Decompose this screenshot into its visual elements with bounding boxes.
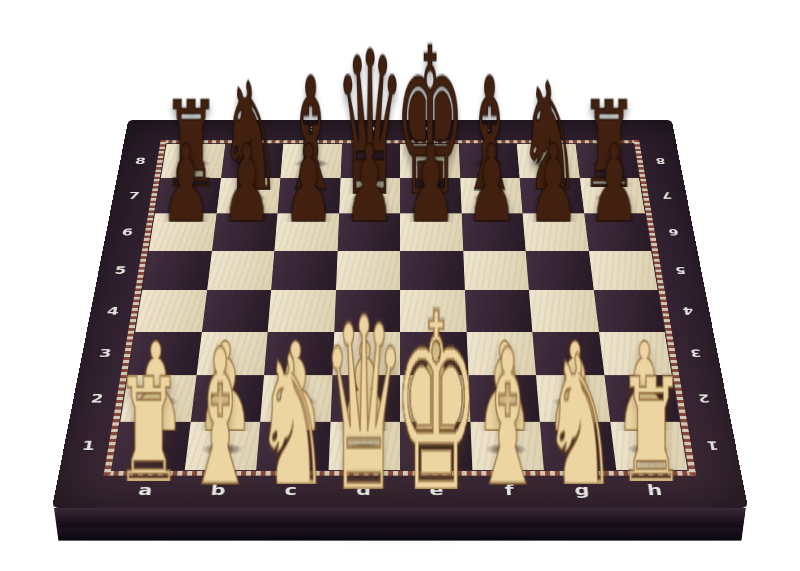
square-c2[interactable] [260,375,332,421]
square-g1[interactable] [540,421,616,470]
chess-board: ♜♞♝♛♚♝♞♜♟♟♟♟♟♟♟♟♟♟♟♟♟♟♟♟♜♝♞♛♚♝♞♜ aabbccd… [52,120,748,508]
file-label-g-near: g [574,482,591,499]
square-b4[interactable] [201,290,271,331]
square-f5[interactable] [463,251,529,290]
rank-label-6-right: 6 [668,227,680,237]
square-f8[interactable] [458,144,519,178]
rank-label-1-right: 1 [706,439,720,452]
rank-label-5-left: 5 [114,264,128,276]
square-d2[interactable] [330,375,400,421]
square-g5[interactable] [526,251,594,290]
file-label-a-far: a [193,125,202,133]
square-e4[interactable] [400,290,466,331]
square-e1[interactable] [400,421,472,470]
perspective-wrapper: ♜♞♝♛♚♝♞♜♟♟♟♟♟♟♟♟♟♟♟♟♟♟♟♟♜♝♞♛♚♝♞♜ aabbccd… [52,0,748,508]
file-label-e-far: e [425,125,433,133]
board-squares [112,144,687,470]
square-h7[interactable] [579,178,645,214]
square-h3[interactable] [599,332,672,376]
square-e8[interactable] [400,144,460,178]
file-label-g-far: g [540,125,549,133]
file-label-c-near: c [284,482,297,499]
chess-set-photo: ♜♞♝♛♚♝♞♜♟♟♟♟♟♟♟♟♟♟♟♟♟♟♟♟♜♝♞♛♚♝♞♜ aabbccd… [0,0,800,571]
square-a1[interactable] [112,421,190,470]
rank-label-2-right: 2 [697,392,710,405]
square-c5[interactable] [271,251,337,290]
square-f2[interactable] [468,375,540,421]
rank-label-7-right: 7 [661,191,673,201]
file-label-h-near: h [646,482,663,499]
square-e6[interactable] [400,213,463,250]
file-label-h-far: h [597,125,607,133]
square-b7[interactable] [216,178,280,214]
square-d7[interactable] [339,178,400,214]
square-h2[interactable] [604,375,680,421]
square-d1[interactable] [328,421,400,470]
square-b2[interactable] [190,375,264,421]
rank-label-3-left: 3 [98,347,112,360]
square-c6[interactable] [274,213,338,250]
square-f6[interactable] [461,213,525,250]
square-g3[interactable] [532,332,604,376]
square-e2[interactable] [400,375,470,421]
square-c4[interactable] [268,290,336,331]
rank-label-2-left: 2 [90,391,105,405]
square-g2[interactable] [536,375,610,421]
square-g6[interactable] [523,213,589,250]
square-c8[interactable] [280,144,341,178]
square-c3[interactable] [264,332,334,376]
file-label-f-near: f [504,482,514,499]
rank-label-4-right: 4 [682,305,695,316]
square-f3[interactable] [466,332,536,376]
square-a2[interactable] [120,375,196,421]
file-label-b-far: b [251,125,260,133]
board-side-face [54,508,746,541]
square-g8[interactable] [517,144,580,178]
square-a4[interactable] [135,290,206,331]
file-label-a-near: a [137,482,153,499]
square-a6[interactable] [149,213,216,250]
square-d4[interactable] [334,290,400,331]
file-label-c-far: c [310,125,317,133]
square-c1[interactable] [256,421,330,470]
square-h1[interactable] [610,421,688,470]
rank-label-5-right: 5 [674,265,686,276]
square-b8[interactable] [221,144,284,178]
square-e5[interactable] [400,251,464,290]
rank-label-6-left: 6 [121,226,134,237]
square-a7[interactable] [155,178,221,214]
square-f1[interactable] [470,421,544,470]
square-a8[interactable] [161,144,225,178]
file-label-e-near: e [429,482,443,499]
square-f4[interactable] [464,290,532,331]
square-d3[interactable] [332,332,400,376]
inlay-border-bottom [104,471,697,476]
rank-label-3-right: 3 [689,347,702,359]
square-e7[interactable] [400,178,461,214]
square-c7[interactable] [277,178,340,214]
square-f7[interactable] [460,178,523,214]
rank-label-8-left: 8 [134,156,146,166]
file-label-d-near: d [356,482,371,499]
rank-label-8-right: 8 [655,156,666,165]
file-label-f-far: f [484,125,490,133]
square-b1[interactable] [184,421,260,470]
square-d8[interactable] [340,144,400,178]
rank-label-1-left: 1 [81,438,96,453]
square-h6[interactable] [584,213,651,250]
rank-label-7-left: 7 [128,190,141,201]
rank-label-4-left: 4 [106,304,120,316]
square-g7[interactable] [520,178,584,214]
square-b5[interactable] [207,251,275,290]
square-a3[interactable] [128,332,201,376]
square-h4[interactable] [593,290,664,331]
file-label-b-near: b [210,482,227,499]
square-g4[interactable] [529,290,599,331]
square-a5[interactable] [142,251,211,290]
file-label-d-far: d [367,125,376,133]
square-e3[interactable] [400,332,468,376]
square-b6[interactable] [212,213,278,250]
square-h8[interactable] [575,144,639,178]
square-d5[interactable] [336,251,400,290]
square-b3[interactable] [196,332,268,376]
square-d6[interactable] [337,213,400,250]
square-h5[interactable] [588,251,657,290]
